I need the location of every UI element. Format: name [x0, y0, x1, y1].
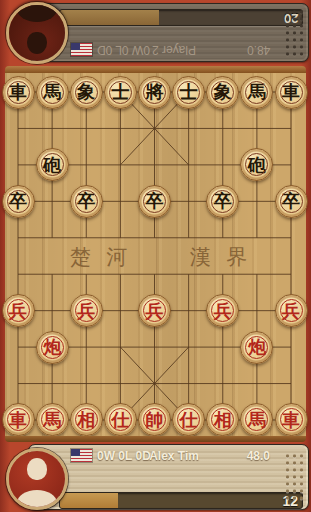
- player-rating: 48.0: [247, 449, 270, 463]
- piece-glyph: 象: [214, 83, 232, 101]
- player-avatar: [6, 448, 68, 510]
- piece-glyph: 兵: [77, 302, 95, 320]
- piece-red-soldier[interactable]: 兵: [70, 294, 103, 327]
- piece-glyph: 砲: [248, 156, 266, 174]
- opponent-record: 0W 0L 0D: [97, 43, 150, 57]
- piece-glyph: 車: [282, 83, 300, 101]
- piece-red-cannon[interactable]: 炮: [240, 331, 273, 364]
- piece-black-soldier[interactable]: 卒: [138, 185, 171, 218]
- person-icon: [9, 5, 65, 61]
- piece-glyph: 兵: [9, 302, 27, 320]
- piece-glyph: 卒: [214, 192, 232, 210]
- piece-glyph: 車: [9, 83, 27, 101]
- piece-glyph: 馬: [248, 411, 266, 429]
- opponent-progress-bar: 20: [59, 9, 303, 26]
- piece-glyph: 馬: [248, 83, 266, 101]
- piece-black-elephant[interactable]: 象: [206, 76, 239, 109]
- piece-glyph: 仕: [111, 411, 129, 429]
- opponent-name: Player 2: [152, 43, 196, 57]
- piece-red-chariot[interactable]: 車: [275, 403, 308, 436]
- piece-red-soldier[interactable]: 兵: [2, 294, 35, 327]
- piece-red-horse[interactable]: 馬: [36, 403, 69, 436]
- piece-black-general[interactable]: 將: [138, 76, 171, 109]
- person-icon: [9, 451, 65, 507]
- piece-black-soldier[interactable]: 卒: [70, 185, 103, 218]
- opponent-avatar: [6, 2, 68, 64]
- xiangqi-app-screen: 20 0W 0L 0D Player 2 48.0 楚 河 漢 界 車馬象士將士…: [0, 0, 311, 512]
- panel-grip-dots: [286, 10, 303, 55]
- us-flag-icon: [71, 43, 92, 56]
- piece-glyph: 士: [180, 83, 198, 101]
- piece-glyph: 砲: [43, 156, 61, 174]
- piece-red-chariot[interactable]: 車: [2, 403, 35, 436]
- piece-red-soldier[interactable]: 兵: [138, 294, 171, 327]
- player-progress-fill: [60, 493, 118, 508]
- piece-glyph: 馬: [43, 83, 61, 101]
- piece-black-advisor[interactable]: 士: [172, 76, 205, 109]
- piece-black-chariot[interactable]: 車: [275, 76, 308, 109]
- piece-glyph: 仕: [180, 411, 198, 429]
- piece-black-elephant[interactable]: 象: [70, 76, 103, 109]
- piece-glyph: 車: [9, 411, 27, 429]
- piece-glyph: 士: [111, 83, 129, 101]
- player-progress-bar: 12: [59, 492, 303, 509]
- piece-black-soldier[interactable]: 卒: [206, 185, 239, 218]
- river-label-han-jie: 漢 界: [175, 243, 267, 271]
- opponent-panel: 20 0W 0L 0D Player 2 48.0: [28, 3, 309, 62]
- player-record: 0W 0L 0D: [97, 449, 151, 463]
- player-name: Alex Tim: [149, 449, 199, 463]
- piece-black-cannon[interactable]: 砲: [36, 148, 69, 181]
- piece-glyph: 卒: [9, 192, 27, 210]
- piece-black-horse[interactable]: 馬: [36, 76, 69, 109]
- xiangqi-board[interactable]: 楚 河 漢 界 車馬象士將士象馬車砲砲卒卒卒卒卒兵兵兵兵兵炮炮車馬相仕帥仕相馬車: [5, 73, 306, 436]
- piece-black-chariot[interactable]: 車: [2, 76, 35, 109]
- piece-black-advisor[interactable]: 士: [104, 76, 137, 109]
- board-frame-bottom: [5, 436, 306, 442]
- piece-glyph: 帥: [146, 411, 164, 429]
- piece-glyph: 將: [146, 83, 164, 101]
- opponent-info-row: 0W 0L 0D Player 2 48.0: [29, 42, 308, 58]
- piece-glyph: 卒: [77, 192, 95, 210]
- piece-glyph: 車: [282, 411, 300, 429]
- piece-black-horse[interactable]: 馬: [240, 76, 273, 109]
- piece-red-cannon[interactable]: 炮: [36, 331, 69, 364]
- piece-glyph: 卒: [146, 192, 164, 210]
- piece-glyph: 兵: [214, 302, 232, 320]
- piece-glyph: 卒: [282, 192, 300, 210]
- board-container: 楚 河 漢 界 車馬象士將士象馬車砲砲卒卒卒卒卒兵兵兵兵兵炮炮車馬相仕帥仕相馬車: [5, 66, 306, 442]
- player-panel: 0W 0L 0D Alex Tim 48.0 12: [28, 444, 309, 510]
- piece-red-soldier[interactable]: 兵: [275, 294, 308, 327]
- piece-black-soldier[interactable]: 卒: [275, 185, 308, 218]
- piece-glyph: 炮: [248, 338, 266, 356]
- player-info-row: 0W 0L 0D Alex Tim 48.0: [29, 448, 308, 464]
- piece-glyph: 象: [77, 83, 95, 101]
- piece-glyph: 相: [214, 411, 232, 429]
- piece-glyph: 馬: [43, 411, 61, 429]
- opponent-progress-fill: [60, 10, 159, 25]
- opponent-rating: 48.0: [247, 43, 270, 57]
- piece-black-soldier[interactable]: 卒: [2, 185, 35, 218]
- river-label-chu-he: 楚 河: [55, 243, 147, 271]
- piece-glyph: 兵: [282, 302, 300, 320]
- us-flag-icon: [71, 449, 92, 462]
- piece-glyph: 炮: [43, 338, 61, 356]
- piece-glyph: 兵: [146, 302, 164, 320]
- panel-grip-dots: [286, 455, 303, 500]
- board-frame-top: [5, 66, 306, 73]
- piece-glyph: 相: [77, 411, 95, 429]
